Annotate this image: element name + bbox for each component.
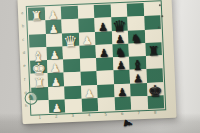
rank-label-7: 7	[137, 111, 140, 115]
rank-label-2: 2	[55, 115, 58, 119]
mat-speck	[161, 15, 163, 17]
square-b6: ♛	[111, 17, 128, 31]
square-g8: ♚	[147, 82, 164, 96]
rank-label-6: 6	[121, 112, 124, 116]
file-label-f: f	[24, 78, 26, 82]
chess-mat: ♜♟♟♟♛♛♟♟♞♝♟♟♞♜♚♟♟♝♜♟♟♟♟♚♟ ♞ abcdefgh1234…	[17, 0, 176, 124]
file-label-c: c	[22, 38, 24, 42]
square-f5	[97, 71, 114, 85]
square-c2	[45, 33, 62, 47]
mat-speck	[159, 4, 161, 6]
square-a3	[61, 6, 78, 20]
square-d3	[62, 46, 79, 60]
file-label-h: h	[25, 104, 28, 108]
square-d1: ♝	[30, 47, 47, 61]
square-a6	[110, 4, 127, 18]
square-f2: ♟	[47, 73, 64, 87]
square-h4	[81, 98, 98, 112]
square-c6: ♟	[111, 30, 128, 44]
square-h6	[114, 97, 131, 111]
square-a4	[77, 5, 94, 19]
rank-label-8: 8	[154, 111, 157, 115]
square-a2: ♟	[44, 6, 61, 20]
mat-speck	[158, 26, 160, 28]
square-e1: ♚	[30, 60, 47, 74]
square-g7	[130, 83, 147, 97]
rank-label-3: 3	[71, 114, 74, 118]
square-f8	[146, 69, 163, 83]
square-h5	[98, 97, 115, 111]
square-f4	[80, 72, 97, 86]
square-a7	[127, 3, 144, 17]
square-a1: ♜	[28, 7, 45, 21]
square-d5: ♟	[95, 44, 112, 58]
square-d7	[128, 43, 145, 57]
square-e3	[63, 59, 80, 73]
square-c4: ♟	[78, 32, 95, 46]
square-c5	[95, 31, 112, 45]
square-f3	[64, 72, 81, 86]
chess-board: ♜♟♟♟♛♛♟♟♞♝♟♟♞♜♚♟♟♝♜♟♟♟♟♚♟	[28, 2, 164, 114]
knight-logo-icon: ♞	[27, 93, 35, 102]
file-label-b: b	[22, 24, 25, 28]
file-label-d: d	[23, 51, 26, 55]
square-b2: ♟	[45, 20, 62, 34]
square-g5	[97, 84, 114, 98]
square-a8	[143, 2, 160, 16]
captured-black-pawn: ♟	[122, 118, 135, 130]
file-label-e: e	[23, 64, 26, 68]
square-e6: ♟	[112, 57, 129, 71]
square-d4	[79, 45, 96, 59]
square-b1	[28, 20, 45, 34]
piece-wP: ♟	[48, 103, 65, 116]
square-b4	[78, 18, 95, 32]
square-h7	[131, 96, 148, 110]
square-b7	[127, 16, 144, 30]
table-surface: ♜♟♟♟♛♛♟♟♞♝♟♟♞♜♚♟♟♝♜♟♟♟♟♚♟ ♞ abcdefgh1234…	[0, 0, 200, 133]
square-c3: ♛	[62, 32, 79, 46]
square-d8: ♜	[145, 42, 162, 56]
rank-label-4: 4	[88, 113, 91, 117]
square-f1: ♜	[31, 74, 48, 88]
square-f6	[113, 70, 130, 84]
square-e5	[96, 58, 113, 72]
square-b5: ♟	[94, 18, 111, 32]
square-c8	[144, 29, 161, 43]
square-g6: ♟	[114, 83, 131, 97]
square-d2: ♟	[46, 46, 63, 60]
square-d6: ♞	[112, 44, 129, 58]
square-h3	[65, 99, 82, 113]
square-b3	[61, 19, 78, 33]
square-f7: ♟	[130, 69, 147, 83]
file-label-a: a	[21, 11, 24, 15]
square-g4: ♟	[81, 85, 98, 99]
rank-label-1: 1	[38, 115, 41, 119]
square-h2: ♟	[48, 99, 65, 113]
square-h8	[147, 95, 164, 109]
square-e2: ♟	[47, 60, 64, 74]
square-g2	[48, 86, 65, 100]
square-e8	[145, 55, 162, 69]
square-c1	[29, 34, 46, 48]
square-g3	[64, 85, 81, 99]
square-a5	[94, 4, 111, 18]
rank-label-5: 5	[104, 113, 107, 117]
square-c7: ♞	[128, 30, 145, 44]
board-border: ♜♟♟♟♛♛♟♟♞♝♟♟♞♜♚♟♟♝♜♟♟♟♟♚♟	[26, 0, 167, 116]
square-e7: ♝	[129, 56, 146, 70]
square-e4	[80, 58, 97, 72]
